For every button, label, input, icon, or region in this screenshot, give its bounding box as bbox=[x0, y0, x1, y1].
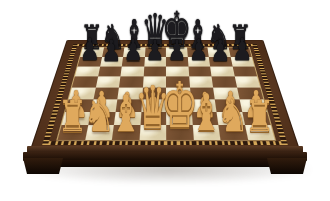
square-c4[interactable] bbox=[117, 88, 142, 100]
square-g8[interactable] bbox=[207, 48, 230, 57]
square-h1[interactable] bbox=[245, 125, 275, 140]
square-a2[interactable] bbox=[62, 112, 91, 125]
square-d4[interactable] bbox=[142, 88, 166, 100]
square-g6[interactable] bbox=[210, 66, 234, 76]
square-d2[interactable] bbox=[140, 112, 166, 125]
square-d8[interactable] bbox=[145, 48, 166, 57]
base-foot-left bbox=[23, 158, 63, 174]
square-a7[interactable] bbox=[78, 57, 102, 67]
square-a8[interactable] bbox=[80, 48, 103, 57]
square-g1[interactable] bbox=[218, 125, 247, 140]
inlay-band-bottom bbox=[42, 141, 288, 145]
square-a1[interactable] bbox=[58, 125, 88, 140]
square-d1[interactable] bbox=[139, 125, 166, 140]
square-h2[interactable] bbox=[242, 112, 271, 125]
square-e1[interactable] bbox=[166, 125, 193, 140]
square-a3[interactable] bbox=[65, 99, 93, 112]
square-g2[interactable] bbox=[216, 112, 244, 125]
square-f3[interactable] bbox=[190, 99, 216, 112]
square-b3[interactable] bbox=[90, 99, 117, 112]
square-b5[interactable] bbox=[95, 77, 120, 88]
square-f6[interactable] bbox=[188, 66, 212, 76]
square-a5[interactable] bbox=[72, 77, 98, 88]
square-c7[interactable] bbox=[122, 57, 145, 67]
square-h5[interactable] bbox=[234, 77, 260, 88]
square-e5[interactable] bbox=[166, 77, 190, 88]
square-h3[interactable] bbox=[239, 99, 267, 112]
square-c5[interactable] bbox=[119, 77, 143, 88]
square-c6[interactable] bbox=[120, 66, 143, 76]
square-d3[interactable] bbox=[141, 99, 166, 112]
square-h4[interactable] bbox=[237, 88, 264, 100]
square-c2[interactable] bbox=[114, 112, 141, 125]
square-h7[interactable] bbox=[230, 57, 254, 67]
square-b7[interactable] bbox=[100, 57, 123, 67]
square-h6[interactable] bbox=[232, 66, 257, 76]
square-a4[interactable] bbox=[69, 88, 96, 100]
board-frame bbox=[29, 40, 300, 152]
square-d7[interactable] bbox=[144, 57, 166, 67]
square-c3[interactable] bbox=[116, 99, 142, 112]
square-b6[interactable] bbox=[98, 66, 122, 76]
square-c1[interactable] bbox=[112, 125, 140, 140]
square-h8[interactable] bbox=[228, 48, 251, 57]
square-f5[interactable] bbox=[189, 77, 213, 88]
square-g7[interactable] bbox=[209, 57, 232, 67]
chess-board-photo: ♜♞♝♛♚♝♞♜♟♟♟♟♟♟♟♟♟♟♟♟♟♟♟♟♜♞♝♛♚♝♞♜ bbox=[0, 0, 330, 201]
base-rail bbox=[36, 160, 294, 167]
square-b1[interactable] bbox=[85, 125, 114, 140]
square-g4[interactable] bbox=[213, 88, 239, 100]
square-d6[interactable] bbox=[143, 66, 166, 76]
square-f7[interactable] bbox=[187, 57, 210, 67]
square-f4[interactable] bbox=[190, 88, 215, 100]
square-b2[interactable] bbox=[88, 112, 116, 125]
square-g5[interactable] bbox=[212, 77, 237, 88]
square-f8[interactable] bbox=[187, 48, 209, 57]
inlay-band-top bbox=[73, 44, 258, 46]
square-b8[interactable] bbox=[102, 48, 125, 57]
square-f2[interactable] bbox=[191, 112, 218, 125]
square-e3[interactable] bbox=[166, 99, 191, 112]
square-e7[interactable] bbox=[166, 57, 188, 67]
base-foot-right bbox=[267, 158, 307, 174]
square-g3[interactable] bbox=[215, 99, 242, 112]
square-e4[interactable] bbox=[166, 88, 190, 100]
board-grid bbox=[58, 48, 275, 140]
square-b4[interactable] bbox=[93, 88, 119, 100]
square-c8[interactable] bbox=[123, 48, 145, 57]
square-f1[interactable] bbox=[192, 125, 220, 140]
square-a6[interactable] bbox=[75, 66, 100, 76]
square-e6[interactable] bbox=[166, 66, 189, 76]
square-d5[interactable] bbox=[142, 77, 166, 88]
square-e8[interactable] bbox=[166, 48, 187, 57]
square-e2[interactable] bbox=[166, 112, 192, 125]
